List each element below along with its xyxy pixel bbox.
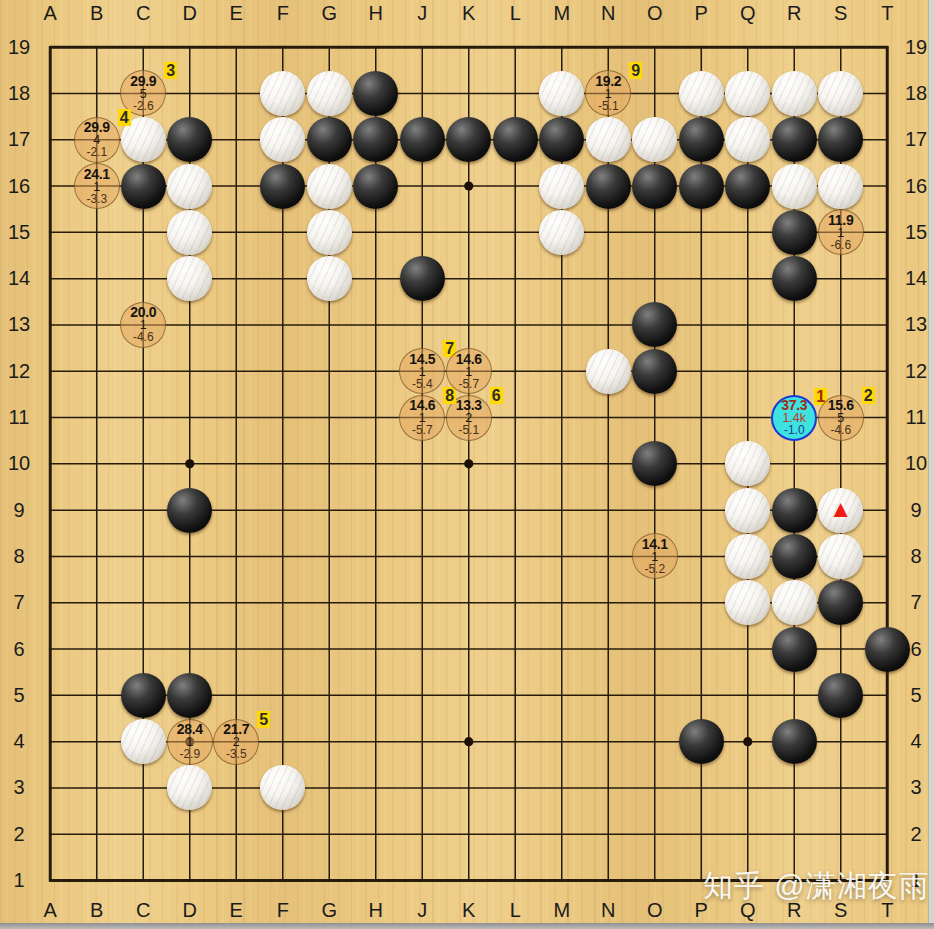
- black-stone: [493, 117, 538, 162]
- black-stone: [632, 302, 677, 347]
- score-label: -3.5: [226, 748, 247, 760]
- score-label: -2.1: [86, 146, 107, 158]
- white-stone: [307, 256, 352, 301]
- rank-badge: 6: [490, 387, 503, 404]
- score-label: -6.6: [830, 239, 851, 251]
- score-label: -5.4: [412, 378, 433, 390]
- score-label: -2.9: [179, 748, 200, 760]
- black-stone: [772, 719, 817, 764]
- black-stone: [353, 164, 398, 209]
- black-stone: [260, 164, 305, 209]
- white-stone: [725, 488, 770, 533]
- visits-label: 1: [419, 366, 426, 378]
- column-label: J: [399, 0, 446, 27]
- score-label: -5.7: [458, 378, 479, 390]
- white-stone: [539, 71, 584, 116]
- rank-badge: 2: [862, 387, 875, 404]
- candidate-move[interactable]: 20.01-4.6: [120, 302, 166, 348]
- black-stone: [772, 117, 817, 162]
- candidate-move[interactable]: 11.91-6.6: [818, 209, 864, 255]
- column-label: P: [678, 0, 725, 27]
- white-stone: [167, 164, 212, 209]
- winrate-label: 14.6: [456, 353, 482, 366]
- black-stone: [632, 164, 677, 209]
- visits-label: 1: [465, 366, 472, 378]
- candidate-move[interactable]: 24.11-3.3: [74, 163, 120, 209]
- watermark: 知乎 @潇湘夜雨: [703, 866, 930, 907]
- black-stone: [167, 117, 212, 162]
- black-stone: [632, 441, 677, 486]
- score-label: -3.3: [86, 193, 107, 205]
- white-stone: [818, 534, 863, 579]
- score-label: -5.1: [598, 100, 619, 112]
- score-label: -4.6: [830, 424, 851, 436]
- winrate-label: 19.2: [595, 75, 621, 88]
- column-label: O: [632, 0, 679, 27]
- candidate-move[interactable]: 21.72-3.55: [213, 719, 259, 765]
- candidate-move[interactable]: 14.61-5.78: [399, 395, 445, 441]
- white-stone: [586, 349, 631, 394]
- black-stone: [121, 673, 166, 718]
- winrate-label: 24.1: [84, 168, 110, 181]
- white-stone: [725, 71, 770, 116]
- screen-edge-right: [928, 0, 934, 929]
- black-stone: [772, 627, 817, 672]
- score-label: -5.1: [458, 424, 479, 436]
- visits-label: 1: [93, 181, 100, 193]
- black-stone: [539, 117, 584, 162]
- black-stone: [818, 117, 863, 162]
- last-move-triangle-icon: ▲: [829, 497, 853, 521]
- black-stone: [818, 580, 863, 625]
- black-stone: [865, 627, 910, 672]
- candidate-move[interactable]: 15.65-4.62: [818, 395, 864, 441]
- white-stone: [121, 719, 166, 764]
- black-stone: [167, 673, 212, 718]
- white-stone: [725, 117, 770, 162]
- white-stone: [772, 71, 817, 116]
- black-stone: [772, 534, 817, 579]
- score-label: -2.6: [133, 100, 154, 112]
- candidate-move[interactable]: 28.41-2.9: [167, 719, 213, 765]
- column-label: M: [539, 0, 586, 27]
- black-stone: [725, 164, 770, 209]
- white-stone: [167, 765, 212, 810]
- column-label: K: [446, 0, 493, 27]
- white-stone: ▲: [818, 488, 863, 533]
- white-stone: [167, 210, 212, 255]
- column-label: E: [213, 0, 260, 27]
- black-stone: [679, 719, 724, 764]
- score-label: -5.2: [644, 563, 665, 575]
- black-stone: [818, 673, 863, 718]
- black-stone: [400, 256, 445, 301]
- column-label: D: [167, 0, 214, 27]
- white-stone: [307, 210, 352, 255]
- black-stone: [400, 117, 445, 162]
- candidate-move[interactable]: 14.51-5.47: [399, 348, 445, 394]
- score-label: -1.0: [784, 424, 805, 436]
- black-stone: [353, 117, 398, 162]
- column-labels-top: ABCDEFGHJKLMNOPQRST: [27, 0, 911, 27]
- star-point: [464, 459, 473, 468]
- rank-badge: 5: [257, 711, 270, 728]
- candidate-move[interactable]: 14.11-5.2: [632, 533, 678, 579]
- white-stone: [818, 71, 863, 116]
- column-label: R: [771, 0, 818, 27]
- white-stone: [307, 164, 352, 209]
- candidate-move[interactable]: 14.61-5.7: [446, 348, 492, 394]
- black-stone: [307, 117, 352, 162]
- column-label: G: [306, 0, 353, 27]
- go-board[interactable]: ▲37.31.4k-1.0115.65-4.6229.95-2.6329.94-…: [27, 24, 911, 904]
- white-stone: [632, 117, 677, 162]
- column-label: H: [353, 0, 400, 27]
- screen-edge-bottom: [0, 923, 934, 929]
- white-stone: [772, 580, 817, 625]
- column-label: N: [585, 0, 632, 27]
- column-label: T: [864, 0, 911, 27]
- star-point: [185, 459, 194, 468]
- white-stone: [260, 117, 305, 162]
- winrate-label: 29.9: [130, 75, 156, 88]
- white-stone: [260, 71, 305, 116]
- star-point: [743, 737, 752, 746]
- black-stone: [772, 210, 817, 255]
- black-stone: [353, 71, 398, 116]
- winrate-label: 11.9: [828, 214, 853, 227]
- white-stone: [772, 164, 817, 209]
- white-stone: [260, 765, 305, 810]
- black-stone: [772, 256, 817, 301]
- winrate-label: 14.1: [642, 538, 668, 551]
- score-label: -5.7: [412, 424, 433, 436]
- white-stone: [586, 117, 631, 162]
- column-label: F: [260, 0, 307, 27]
- white-stone: [167, 256, 212, 301]
- column-label: B: [74, 0, 121, 27]
- black-stone: [121, 164, 166, 209]
- white-stone: [539, 164, 584, 209]
- black-stone: [772, 488, 817, 533]
- white-stone: [725, 580, 770, 625]
- white-stone: [679, 71, 724, 116]
- white-stone: [307, 71, 352, 116]
- best-candidate-move[interactable]: 37.31.4k-1.01: [771, 395, 817, 441]
- black-stone: [586, 164, 631, 209]
- rank-badge: 4: [118, 109, 131, 126]
- white-stone: [539, 210, 584, 255]
- black-stone: [679, 117, 724, 162]
- star-point: [464, 181, 473, 190]
- rank-badge: 3: [164, 62, 177, 79]
- column-label: A: [27, 0, 74, 27]
- rank-badge: 9: [629, 62, 642, 79]
- winrate-label: 14.5: [409, 353, 435, 366]
- black-stone: [167, 488, 212, 533]
- candidate-move[interactable]: 29.94-2.14: [74, 117, 120, 163]
- column-label: Q: [725, 0, 772, 27]
- black-stone: [632, 349, 677, 394]
- white-stone: [725, 534, 770, 579]
- score-label: -4.6: [133, 331, 154, 343]
- go-analysis-screenshot: ABCDEFGHJKLMNOPQRST ABCDEFGHJKLMNOPQRST …: [0, 0, 934, 929]
- white-stone: [725, 441, 770, 486]
- column-label: L: [492, 0, 539, 27]
- candidate-move[interactable]: 19.21-5.19: [585, 70, 631, 116]
- column-label: S: [818, 0, 865, 27]
- black-stone: [679, 164, 724, 209]
- white-stone: [818, 164, 863, 209]
- star-point: [464, 737, 473, 746]
- black-stone: [446, 117, 491, 162]
- column-label: C: [120, 0, 167, 27]
